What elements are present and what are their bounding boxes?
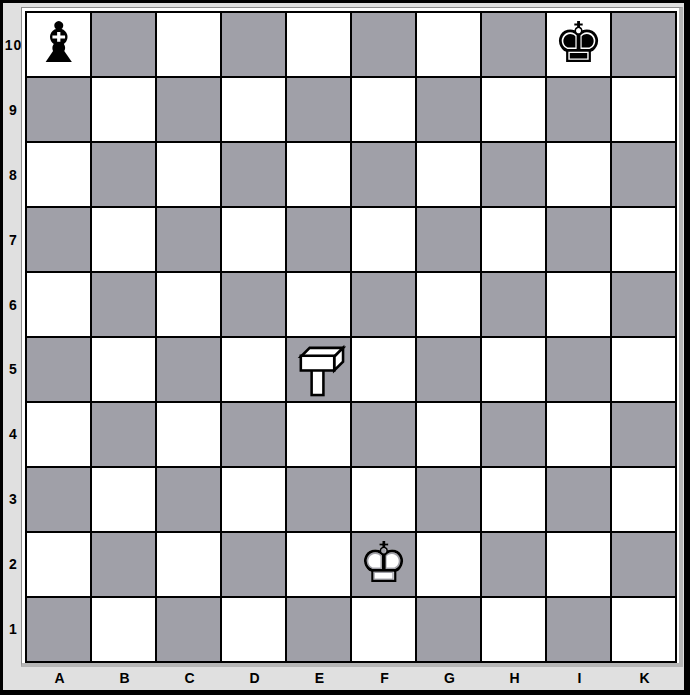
square-D10[interactable]	[222, 13, 285, 76]
square-D5[interactable]	[222, 338, 285, 401]
square-G1[interactable]	[417, 598, 480, 661]
square-K10[interactable]	[612, 13, 675, 76]
square-H1[interactable]	[482, 598, 545, 661]
chess-variant-window: { "game": "chess variant on a 10x10 boar…	[0, 0, 690, 695]
square-A3[interactable]	[27, 468, 90, 531]
square-H6[interactable]	[482, 273, 545, 336]
file-label-K: K	[612, 666, 677, 689]
file-label-A: A	[27, 666, 92, 689]
square-B3[interactable]	[92, 468, 155, 531]
square-D2[interactable]	[222, 533, 285, 596]
file-label-D: D	[222, 666, 287, 689]
square-A10[interactable]: ♝	[27, 13, 90, 76]
piece-fill-glyph: ♚	[352, 534, 415, 590]
file-label-I: I	[547, 666, 612, 689]
square-H5[interactable]	[482, 338, 545, 401]
file-label-B: B	[92, 666, 157, 689]
square-C8[interactable]	[157, 143, 220, 206]
square-I6[interactable]	[547, 273, 610, 336]
square-C7[interactable]	[157, 208, 220, 271]
square-F7[interactable]	[352, 208, 415, 271]
square-E2[interactable]	[287, 533, 350, 596]
black-bishop-A10[interactable]: ♝	[27, 13, 90, 76]
square-B10[interactable]	[92, 13, 155, 76]
square-F6[interactable]	[352, 273, 415, 336]
square-I9[interactable]	[547, 78, 610, 141]
square-C10[interactable]	[157, 13, 220, 76]
square-E1[interactable]	[287, 598, 350, 661]
board-grid: ♝♚ ♚♔	[27, 13, 675, 661]
square-H10[interactable]	[482, 13, 545, 76]
square-H8[interactable]	[482, 143, 545, 206]
square-G5[interactable]	[417, 338, 480, 401]
board-bevel-outer: ♝♚ ♚♔	[21, 7, 683, 667]
square-F2[interactable]: ♚♔	[352, 533, 415, 596]
square-C4[interactable]	[157, 403, 220, 466]
square-B5[interactable]	[92, 338, 155, 401]
square-F1[interactable]	[352, 598, 415, 661]
piece-glyph: ♚	[547, 14, 610, 70]
square-A4[interactable]	[27, 403, 90, 466]
square-K5[interactable]	[612, 338, 675, 401]
square-A9[interactable]	[27, 78, 90, 141]
square-A2[interactable]	[27, 533, 90, 596]
square-C3[interactable]	[157, 468, 220, 531]
square-F8[interactable]	[352, 143, 415, 206]
square-C5[interactable]	[157, 338, 220, 401]
square-E8[interactable]	[287, 143, 350, 206]
t-piece-icon	[291, 342, 346, 397]
square-C9[interactable]	[157, 78, 220, 141]
square-K7[interactable]	[612, 208, 675, 271]
square-D8[interactable]	[222, 143, 285, 206]
square-C1[interactable]	[157, 598, 220, 661]
square-D7[interactable]	[222, 208, 285, 271]
square-K6[interactable]	[612, 273, 675, 336]
square-A8[interactable]	[27, 143, 90, 206]
white-king-F2[interactable]: ♚♔	[352, 533, 415, 596]
square-F9[interactable]	[352, 78, 415, 141]
square-B4[interactable]	[92, 403, 155, 466]
square-G8[interactable]	[417, 143, 480, 206]
square-I2[interactable]	[547, 533, 610, 596]
square-B6[interactable]	[92, 273, 155, 336]
square-E7[interactable]	[287, 208, 350, 271]
square-G4[interactable]	[417, 403, 480, 466]
square-G10[interactable]	[417, 13, 480, 76]
square-B9[interactable]	[92, 78, 155, 141]
square-A1[interactable]	[27, 598, 90, 661]
white-t-shaped-piece-E5[interactable]	[287, 338, 350, 401]
square-D6[interactable]	[222, 273, 285, 336]
square-G6[interactable]	[417, 273, 480, 336]
file-label-C: C	[157, 666, 222, 689]
square-I8[interactable]	[547, 143, 610, 206]
file-label-H: H	[482, 666, 547, 689]
square-I3[interactable]	[547, 468, 610, 531]
square-D9[interactable]	[222, 78, 285, 141]
square-K2[interactable]	[612, 533, 675, 596]
file-label-F: F	[352, 666, 417, 689]
square-F3[interactable]	[352, 468, 415, 531]
square-G2[interactable]	[417, 533, 480, 596]
square-B8[interactable]	[92, 143, 155, 206]
square-I7[interactable]	[547, 208, 610, 271]
square-C2[interactable]	[157, 533, 220, 596]
square-A7[interactable]	[27, 208, 90, 271]
square-I10[interactable]: ♚	[547, 13, 610, 76]
square-I1[interactable]	[547, 598, 610, 661]
square-E3[interactable]	[287, 468, 350, 531]
square-F10[interactable]	[352, 13, 415, 76]
piece-outline-glyph: ♔	[352, 534, 415, 590]
square-C6[interactable]	[157, 273, 220, 336]
piece-glyph: ♝	[27, 14, 90, 70]
square-B7[interactable]	[92, 208, 155, 271]
square-A5[interactable]	[27, 338, 90, 401]
square-B2[interactable]	[92, 533, 155, 596]
square-K1[interactable]	[612, 598, 675, 661]
square-D4[interactable]	[222, 403, 285, 466]
square-E4[interactable]	[287, 403, 350, 466]
square-B1[interactable]	[92, 598, 155, 661]
board-frame: ♝♚ ♚♔	[25, 11, 677, 663]
square-K3[interactable]	[612, 468, 675, 531]
square-F5[interactable]	[352, 338, 415, 401]
square-E6[interactable]	[287, 273, 350, 336]
square-G7[interactable]	[417, 208, 480, 271]
square-H4[interactable]	[482, 403, 545, 466]
square-E10[interactable]	[287, 13, 350, 76]
board: ♝♚ ♚♔	[21, 7, 683, 667]
board-bevel-inner: ♝♚ ♚♔	[22, 8, 679, 663]
square-D3[interactable]	[222, 468, 285, 531]
square-H7[interactable]	[482, 208, 545, 271]
square-K4[interactable]	[612, 403, 675, 466]
square-G3[interactable]	[417, 468, 480, 531]
file-labels: ABCDEFGHIK	[27, 666, 677, 689]
square-I4[interactable]	[547, 403, 610, 466]
square-K9[interactable]	[612, 78, 675, 141]
square-K8[interactable]	[612, 143, 675, 206]
square-H2[interactable]	[482, 533, 545, 596]
square-H3[interactable]	[482, 468, 545, 531]
file-label-G: G	[417, 666, 482, 689]
square-H9[interactable]	[482, 78, 545, 141]
square-E5[interactable]	[287, 338, 350, 401]
square-G9[interactable]	[417, 78, 480, 141]
black-king-I10[interactable]: ♚	[547, 13, 610, 76]
file-label-E: E	[287, 666, 352, 689]
square-F4[interactable]	[352, 403, 415, 466]
square-E9[interactable]	[287, 78, 350, 141]
square-D1[interactable]	[222, 598, 285, 661]
square-A6[interactable]	[27, 273, 90, 336]
square-I5[interactable]	[547, 338, 610, 401]
